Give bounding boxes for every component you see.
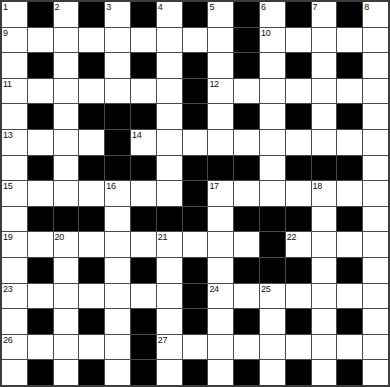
black-cell-r6c8 [208,156,233,181]
white-cell-r12c14[interactable] [363,309,388,334]
white-cell-r0c10[interactable]: 6 [260,2,285,27]
black-cell-r10c7 [183,258,208,283]
white-cell-r5c11[interactable] [286,130,311,155]
white-cell-r2c10[interactable] [260,53,285,78]
white-cell-r1c14[interactable] [363,28,388,53]
black-cell-r12c7 [183,309,208,334]
white-cell-r13c0[interactable]: 26 [2,335,27,360]
white-cell-r9c5[interactable] [131,232,156,257]
white-cell-r8c14[interactable] [363,207,388,232]
white-cell-r3c10[interactable] [260,79,285,104]
white-cell-r13c9[interactable] [234,335,259,360]
black-cell-r2c1 [28,53,53,78]
black-cell-r10c3 [79,258,104,283]
black-cell-r11c7 [183,284,208,309]
black-cell-r8c3 [79,207,104,232]
black-cell-r6c7 [183,156,208,181]
black-cell-r3c7 [183,79,208,104]
black-cell-r6c3 [79,156,104,181]
black-cell-r8c10 [260,207,285,232]
white-cell-r8c4[interactable] [105,207,130,232]
white-cell-r11c8[interactable]: 24 [208,284,233,309]
black-cell-r4c11 [286,104,311,129]
white-cell-r11c14[interactable] [363,284,388,309]
black-cell-r9c10 [260,232,285,257]
white-cell-r3c4[interactable] [105,79,130,104]
white-cell-r11c9[interactable] [234,284,259,309]
white-cell-r5c3[interactable] [79,130,104,155]
white-cell-r13c11[interactable] [286,335,311,360]
white-cell-r1c3[interactable] [79,28,104,53]
white-cell-r9c4[interactable] [105,232,130,257]
black-cell-r14c13 [337,360,362,385]
clue-number: 13 [3,130,12,140]
white-cell-r7c13[interactable] [337,181,362,206]
white-cell-r5c1[interactable] [28,130,53,155]
black-cell-r8c13 [337,207,362,232]
black-cell-r2c3 [79,53,104,78]
white-cell-r5c7[interactable] [183,130,208,155]
white-cell-r14c4[interactable] [105,360,130,385]
white-cell-r1c4[interactable] [105,28,130,53]
white-cell-r7c1[interactable] [28,181,53,206]
clue-number: 19 [3,232,12,242]
black-cell-r4c9 [234,104,259,129]
clue-number: 24 [209,284,218,294]
white-cell-r2c6[interactable] [157,53,182,78]
white-cell-r3c5[interactable] [131,79,156,104]
white-cell-r3c14[interactable] [363,79,388,104]
black-cell-r5c4 [105,130,130,155]
white-cell-r11c11[interactable] [286,284,311,309]
white-cell-r5c2[interactable] [54,130,79,155]
white-cell-r0c14[interactable]: 8 [363,2,388,27]
white-cell-r3c9[interactable] [234,79,259,104]
white-cell-r2c4[interactable] [105,53,130,78]
clue-number: 23 [3,284,12,294]
white-cell-r3c11[interactable] [286,79,311,104]
white-cell-r9c0[interactable]: 19 [2,232,27,257]
white-cell-r9c9[interactable] [234,232,259,257]
white-cell-r14c0[interactable] [2,360,27,385]
black-cell-r10c13 [337,258,362,283]
black-cell-r8c11 [286,207,311,232]
white-cell-r1c12[interactable] [312,28,337,53]
white-cell-r5c8[interactable] [208,130,233,155]
white-cell-r8c0[interactable] [2,207,27,232]
black-cell-r6c11 [286,156,311,181]
black-cell-r13c5 [131,335,156,360]
white-cell-r7c9[interactable] [234,181,259,206]
black-cell-r0c3 [79,2,104,27]
white-cell-r7c8[interactable]: 17 [208,181,233,206]
white-cell-r9c12[interactable] [312,232,337,257]
white-cell-r13c6[interactable]: 27 [157,335,182,360]
clue-number: 25 [261,284,270,294]
black-cell-r12c13 [337,309,362,334]
white-cell-r5c13[interactable] [337,130,362,155]
white-cell-r11c1[interactable] [28,284,53,309]
white-cell-r7c0[interactable]: 15 [2,181,27,206]
white-cell-r9c6[interactable]: 21 [157,232,182,257]
white-cell-r12c4[interactable] [105,309,130,334]
white-cell-r5c9[interactable] [234,130,259,155]
black-cell-r4c7 [183,104,208,129]
white-cell-r6c14[interactable] [363,156,388,181]
white-cell-r3c0[interactable]: 11 [2,79,27,104]
white-cell-r5c10[interactable] [260,130,285,155]
white-cell-r1c5[interactable] [131,28,156,53]
black-cell-r6c13 [337,156,362,181]
clue-number: 22 [287,232,296,242]
white-cell-r6c0[interactable] [2,156,27,181]
clue-number: 26 [3,335,12,345]
white-cell-r3c12[interactable] [312,79,337,104]
white-cell-r14c10[interactable] [260,360,285,385]
white-cell-r11c0[interactable]: 23 [2,284,27,309]
white-cell-r7c2[interactable] [54,181,79,206]
white-cell-r13c12[interactable] [312,335,337,360]
black-cell-r12c1 [28,309,53,334]
white-cell-r8c12[interactable] [312,207,337,232]
white-cell-r10c0[interactable] [2,258,27,283]
clue-number: 15 [3,181,12,191]
white-cell-r12c8[interactable] [208,309,233,334]
black-cell-r1c9 [234,28,259,53]
white-cell-r9c8[interactable] [208,232,233,257]
white-cell-r14c12[interactable] [312,360,337,385]
white-cell-r3c13[interactable] [337,79,362,104]
clue-number: 6 [261,2,266,12]
white-cell-r1c2[interactable] [54,28,79,53]
white-cell-r14c8[interactable] [208,360,233,385]
black-cell-r4c4 [105,104,130,129]
black-cell-r12c3 [79,309,104,334]
clue-number: 7 [313,2,318,12]
black-cell-r6c1 [28,156,53,181]
white-cell-r6c6[interactable] [157,156,182,181]
clue-number: 2 [55,2,60,12]
white-cell-r0c4[interactable]: 3 [105,2,130,27]
black-cell-r8c7 [183,207,208,232]
white-cell-r3c6[interactable] [157,79,182,104]
white-cell-r10c2[interactable] [54,258,79,283]
white-cell-r8c8[interactable] [208,207,233,232]
white-cell-r10c8[interactable] [208,258,233,283]
black-cell-r4c1 [28,104,53,129]
white-cell-r7c4[interactable]: 16 [105,181,130,206]
black-cell-r4c3 [79,104,104,129]
white-cell-r3c2[interactable] [54,79,79,104]
white-cell-r7c3[interactable] [79,181,104,206]
white-cell-r11c10[interactable]: 25 [260,284,285,309]
white-cell-r7c10[interactable] [260,181,285,206]
white-cell-r1c11[interactable] [286,28,311,53]
black-cell-r0c5 [131,2,156,27]
white-cell-r11c13[interactable] [337,284,362,309]
white-cell-r5c5[interactable]: 14 [131,130,156,155]
white-cell-r5c0[interactable]: 13 [2,130,27,155]
white-cell-r5c6[interactable] [157,130,182,155]
black-cell-r2c9 [234,53,259,78]
white-cell-r4c10[interactable] [260,104,285,129]
white-cell-r4c8[interactable] [208,104,233,129]
white-cell-r1c7[interactable] [183,28,208,53]
black-cell-r6c4 [105,156,130,181]
white-cell-r1c8[interactable] [208,28,233,53]
white-cell-r14c2[interactable] [54,360,79,385]
white-cell-r10c14[interactable] [363,258,388,283]
white-cell-r12c2[interactable] [54,309,79,334]
black-cell-r0c9 [234,2,259,27]
white-cell-r7c12[interactable]: 18 [312,181,337,206]
clue-number: 14 [132,130,141,140]
black-cell-r0c11 [286,2,311,27]
white-cell-r9c2[interactable]: 20 [54,232,79,257]
crossword-grid: 1234567891011121314151617181920212223242… [0,0,390,387]
white-cell-r1c0[interactable]: 9 [2,28,27,53]
black-cell-r14c3 [79,360,104,385]
black-cell-r8c2 [54,207,79,232]
clue-number: 9 [3,28,8,38]
white-cell-r9c1[interactable] [28,232,53,257]
white-cell-r3c1[interactable] [28,79,53,104]
white-cell-r14c14[interactable] [363,360,388,385]
black-cell-r10c9 [234,258,259,283]
white-cell-r0c8[interactable]: 5 [208,2,233,27]
black-cell-r4c5 [131,104,156,129]
clue-number: 8 [364,2,369,12]
black-cell-r12c11 [286,309,311,334]
clue-number: 16 [106,181,115,191]
white-cell-r4c14[interactable] [363,104,388,129]
black-cell-r8c6 [157,207,182,232]
clue-number: 21 [158,232,167,242]
white-cell-r4c2[interactable] [54,104,79,129]
black-cell-r14c9 [234,360,259,385]
white-cell-r0c12[interactable]: 7 [312,2,337,27]
white-cell-r4c0[interactable] [2,104,27,129]
white-cell-r13c10[interactable] [260,335,285,360]
white-cell-r11c6[interactable] [157,284,182,309]
white-cell-r4c12[interactable] [312,104,337,129]
white-cell-r7c5[interactable] [131,181,156,206]
white-cell-r3c3[interactable] [79,79,104,104]
white-cell-r11c2[interactable] [54,284,79,309]
white-cell-r13c2[interactable] [54,335,79,360]
clue-number: 1 [3,2,8,12]
black-cell-r8c5 [131,207,156,232]
black-cell-r0c1 [28,2,53,27]
black-cell-r14c1 [28,360,53,385]
black-cell-r2c5 [131,53,156,78]
clue-number: 10 [261,28,270,38]
white-cell-r4c6[interactable] [157,104,182,129]
clue-number: 20 [55,232,64,242]
white-cell-r12c0[interactable] [2,309,27,334]
white-cell-r13c1[interactable] [28,335,53,360]
black-cell-r10c10 [260,258,285,283]
white-cell-r14c6[interactable] [157,360,182,385]
black-cell-r12c9 [234,309,259,334]
white-cell-r0c0[interactable]: 1 [2,2,27,27]
white-cell-r1c13[interactable] [337,28,362,53]
clue-number: 27 [158,335,167,345]
white-cell-r10c4[interactable] [105,258,130,283]
white-cell-r13c13[interactable] [337,335,362,360]
black-cell-r12c5 [131,309,156,334]
white-cell-r13c3[interactable] [79,335,104,360]
black-cell-r6c9 [234,156,259,181]
black-cell-r2c11 [286,53,311,78]
white-cell-r10c12[interactable] [312,258,337,283]
white-cell-r2c12[interactable] [312,53,337,78]
white-cell-r2c8[interactable] [208,53,233,78]
white-cell-r11c4[interactable] [105,284,130,309]
white-cell-r5c14[interactable] [363,130,388,155]
clue-number: 12 [209,79,218,89]
white-cell-r13c14[interactable] [363,335,388,360]
white-cell-r12c10[interactable] [260,309,285,334]
white-cell-r9c14[interactable] [363,232,388,257]
black-cell-r10c1 [28,258,53,283]
black-cell-r10c11 [286,258,311,283]
white-cell-r1c1[interactable] [28,28,53,53]
clue-number: 18 [313,181,322,191]
white-cell-r9c13[interactable] [337,232,362,257]
black-cell-r14c11 [286,360,311,385]
white-cell-r11c12[interactable] [312,284,337,309]
white-cell-r12c12[interactable] [312,309,337,334]
white-cell-r9c7[interactable] [183,232,208,257]
clue-number: 5 [209,2,214,12]
white-cell-r0c2[interactable]: 2 [54,2,79,27]
white-cell-r9c3[interactable] [79,232,104,257]
black-cell-r10c5 [131,258,156,283]
white-cell-r13c4[interactable] [105,335,130,360]
black-cell-r8c1 [28,207,53,232]
black-cell-r7c7 [183,181,208,206]
black-cell-r14c7 [183,360,208,385]
black-cell-r2c13 [337,53,362,78]
white-cell-r11c5[interactable] [131,284,156,309]
clue-number: 3 [106,2,111,12]
white-cell-r3c8[interactable]: 12 [208,79,233,104]
black-cell-r2c7 [183,53,208,78]
white-cell-r9c11[interactable]: 22 [286,232,311,257]
white-cell-r7c11[interactable] [286,181,311,206]
white-cell-r2c2[interactable] [54,53,79,78]
clue-number: 17 [209,181,218,191]
black-cell-r14c5 [131,360,156,385]
black-cell-r0c13 [337,2,362,27]
white-cell-r6c10[interactable] [260,156,285,181]
white-cell-r13c7[interactable] [183,335,208,360]
white-cell-r2c14[interactable] [363,53,388,78]
white-cell-r6c2[interactable] [54,156,79,181]
white-cell-r11c3[interactable] [79,284,104,309]
white-cell-r2c0[interactable] [2,53,27,78]
black-cell-r0c7 [183,2,208,27]
white-cell-r7c14[interactable] [363,181,388,206]
white-cell-r12c6[interactable] [157,309,182,334]
clue-number: 11 [3,79,12,89]
clue-number: 4 [158,2,163,12]
white-cell-r0c6[interactable]: 4 [157,2,182,27]
white-cell-r1c6[interactable] [157,28,182,53]
white-cell-r5c12[interactable] [312,130,337,155]
black-cell-r6c5 [131,156,156,181]
black-cell-r8c9 [234,207,259,232]
white-cell-r13c8[interactable] [208,335,233,360]
black-cell-r6c12 [312,156,337,181]
white-cell-r10c6[interactable] [157,258,182,283]
white-cell-r1c10[interactable]: 10 [260,28,285,53]
white-cell-r7c6[interactable] [157,181,182,206]
black-cell-r4c13 [337,104,362,129]
